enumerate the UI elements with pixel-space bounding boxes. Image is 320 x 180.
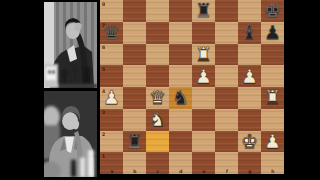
square-a8[interactable]: 8 (100, 0, 123, 22)
file-label-b: b (133, 169, 136, 174)
square-f3[interactable] (215, 109, 238, 131)
chess-board: 8♜♚7♛♝♟6♜5♟♟4♟♛♞♜3♞2♜♚♟1abcdefgh (100, 0, 284, 174)
black-bishop: ♝ (241, 23, 258, 42)
square-f2[interactable] (215, 131, 238, 153)
square-b7[interactable] (123, 22, 146, 44)
square-a1[interactable]: 1a (100, 152, 123, 174)
square-f6[interactable] (215, 44, 238, 66)
video-frame: 8♜♚7♛♝♟6♜5♟♟4♟♛♞♜3♞2♜♚♟1abcdefgh (0, 0, 320, 180)
square-e5[interactable]: ♟ (192, 65, 215, 87)
rank-label-6: 6 (102, 44, 105, 49)
square-b4[interactable] (123, 87, 146, 109)
square-g2[interactable]: ♚ (238, 131, 261, 153)
rank-label-8: 8 (102, 1, 105, 6)
square-f7[interactable] (215, 22, 238, 44)
black-pawn: ♟ (264, 23, 281, 42)
file-label-d: d (179, 169, 182, 174)
square-a7[interactable]: 7♛ (100, 22, 123, 44)
square-e8[interactable]: ♜ (192, 0, 215, 22)
white-rook: ♜ (195, 45, 212, 64)
square-d1[interactable]: d (169, 152, 192, 174)
black-rook: ♜ (195, 1, 212, 20)
square-d3[interactable] (169, 109, 192, 131)
square-h6[interactable] (261, 44, 284, 66)
square-b5[interactable] (123, 65, 146, 87)
square-b3[interactable] (123, 109, 146, 131)
square-h8[interactable]: ♚ (261, 0, 284, 22)
square-d2[interactable] (169, 131, 192, 153)
square-h7[interactable]: ♟ (261, 22, 284, 44)
square-g3[interactable] (238, 109, 261, 131)
square-g1[interactable]: g (238, 152, 261, 174)
file-label-a: a (110, 169, 113, 174)
rank-label-7: 7 (102, 22, 105, 27)
square-f1[interactable]: f (215, 152, 238, 174)
square-c1[interactable]: c (146, 152, 169, 174)
square-c8[interactable] (146, 0, 169, 22)
rank-label-5: 5 (102, 66, 105, 71)
square-e4[interactable] (192, 87, 215, 109)
square-c4[interactable]: ♛ (146, 87, 169, 109)
white-pawn: ♟ (195, 67, 212, 86)
black-queen: ♛ (103, 23, 120, 42)
square-a3[interactable]: 3 (100, 109, 123, 131)
square-b6[interactable] (123, 44, 146, 66)
square-f8[interactable] (215, 0, 238, 22)
square-c6[interactable] (146, 44, 169, 66)
square-d7[interactable] (169, 22, 192, 44)
square-f5[interactable] (215, 65, 238, 87)
square-a2[interactable]: 2 (100, 131, 123, 153)
square-a4[interactable]: 4♟ (100, 87, 123, 109)
rank-label-1: 1 (102, 153, 105, 158)
white-rook: ♜ (264, 88, 281, 107)
player-photo-top (44, 2, 97, 88)
square-h3[interactable] (261, 109, 284, 131)
square-h5[interactable] (261, 65, 284, 87)
file-label-e: e (202, 169, 205, 174)
file-label-h: h (271, 169, 274, 174)
white-queen: ♛ (149, 88, 166, 107)
square-d5[interactable] (169, 65, 192, 87)
square-f4[interactable] (215, 87, 238, 109)
square-h2[interactable]: ♟ (261, 131, 284, 153)
player-photo-bottom-image (44, 91, 97, 177)
black-rook: ♜ (126, 132, 143, 151)
square-e2[interactable] (192, 131, 215, 153)
square-d8[interactable] (169, 0, 192, 22)
white-pawn: ♟ (264, 132, 281, 151)
square-c5[interactable] (146, 65, 169, 87)
square-e1[interactable]: e (192, 152, 215, 174)
file-label-c: c (156, 169, 159, 174)
square-h4[interactable]: ♜ (261, 87, 284, 109)
square-e3[interactable] (192, 109, 215, 131)
square-g8[interactable] (238, 0, 261, 22)
square-a6[interactable]: 6 (100, 44, 123, 66)
square-d6[interactable] (169, 44, 192, 66)
white-pawn: ♟ (103, 88, 120, 107)
square-c7[interactable] (146, 22, 169, 44)
white-king: ♚ (241, 132, 258, 151)
square-c2[interactable] (146, 131, 169, 153)
square-g6[interactable] (238, 44, 261, 66)
square-g7[interactable]: ♝ (238, 22, 261, 44)
rank-label-3: 3 (102, 109, 105, 114)
square-a5[interactable]: 5 (100, 65, 123, 87)
square-b1[interactable]: b (123, 152, 146, 174)
square-b2[interactable]: ♜ (123, 131, 146, 153)
square-e7[interactable] (192, 22, 215, 44)
file-label-f: f (225, 169, 227, 174)
black-king: ♚ (264, 1, 281, 20)
rank-label-2: 2 (102, 131, 105, 136)
white-knight: ♞ (149, 110, 166, 129)
square-g4[interactable] (238, 87, 261, 109)
white-pawn: ♟ (241, 67, 258, 86)
rank-label-4: 4 (102, 88, 105, 93)
square-d4[interactable]: ♞ (169, 87, 192, 109)
file-label-g: g (248, 169, 251, 174)
square-g5[interactable]: ♟ (238, 65, 261, 87)
square-b8[interactable] (123, 0, 146, 22)
player-photo-bottom (44, 91, 97, 177)
black-knight: ♞ (172, 88, 189, 107)
square-c3[interactable]: ♞ (146, 109, 169, 131)
player-photo-top-image (44, 2, 97, 88)
square-e6[interactable]: ♜ (192, 44, 215, 66)
square-h1[interactable]: h (261, 152, 284, 174)
